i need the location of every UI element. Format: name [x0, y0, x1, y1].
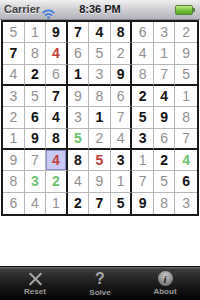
solve-label: Solve — [89, 288, 110, 297]
cell-r1c8[interactable]: 3 — [154, 22, 176, 43]
cell-r5c7[interactable]: 5 — [132, 107, 154, 128]
cell-r3c6[interactable]: 9 — [111, 65, 133, 86]
cell-r9c5[interactable]: 7 — [89, 193, 111, 214]
cell-r3c9[interactable]: 5 — [175, 65, 197, 86]
cell-r9c3[interactable]: 1 — [46, 193, 68, 214]
solve-button[interactable]: ? Solve — [79, 271, 121, 297]
cell-r6c2[interactable]: 9 — [25, 129, 47, 150]
cell-r4c6[interactable]: 6 — [111, 86, 133, 107]
cell-r9c9[interactable]: 3 — [175, 193, 197, 214]
cell-r8c8[interactable]: 5 — [154, 171, 176, 192]
cell-r5c3[interactable]: 4 — [46, 107, 68, 128]
cell-r9c1[interactable]: 6 — [3, 193, 25, 214]
cell-r1c2[interactable]: 1 — [25, 22, 47, 43]
cell-r8c1[interactable]: 8 — [3, 171, 25, 192]
cell-r1c4[interactable]: 7 — [68, 22, 90, 43]
cell-r6c9[interactable]: 7 — [175, 129, 197, 150]
cell-r3c5[interactable]: 3 — [89, 65, 111, 86]
cell-r6c8[interactable]: 6 — [154, 129, 176, 150]
cell-r2c5[interactable]: 5 — [89, 43, 111, 64]
cell-r2c2[interactable]: 8 — [25, 43, 47, 64]
cell-r7c1[interactable]: 9 — [3, 150, 25, 171]
cell-r6c4[interactable]: 5 — [68, 129, 90, 150]
cell-r8c3[interactable]: 2 — [46, 171, 68, 192]
question-icon: ? — [95, 271, 105, 287]
info-icon: i — [158, 271, 173, 286]
cell-r8c7[interactable]: 7 — [132, 171, 154, 192]
cell-r8c2[interactable]: 3 — [25, 171, 47, 192]
cell-r5c6[interactable]: 7 — [111, 107, 133, 128]
cell-r9c6[interactable]: 5 — [111, 193, 133, 214]
status-bar: Carrier 8:36 PM — [0, 0, 200, 20]
cell-r5c2[interactable]: 6 — [25, 107, 47, 128]
cell-r7c3[interactable]: 4 — [46, 150, 68, 171]
cell-r2c1[interactable]: 7 — [3, 43, 25, 64]
cell-r4c9[interactable]: 1 — [175, 86, 197, 107]
reset-label: Reset — [24, 287, 46, 296]
cell-r2c9[interactable]: 9 — [175, 43, 197, 64]
cell-r7c4[interactable]: 8 — [68, 150, 90, 171]
cell-r9c8[interactable]: 8 — [154, 193, 176, 214]
cell-r2c3[interactable]: 4 — [46, 43, 68, 64]
cell-r2c8[interactable]: 1 — [154, 43, 176, 64]
battery-icon — [175, 5, 193, 15]
cell-r7c2[interactable]: 7 — [25, 150, 47, 171]
cell-r5c5[interactable]: 1 — [89, 107, 111, 128]
cell-r1c1[interactable]: 5 — [3, 22, 25, 43]
cell-r4c5[interactable]: 8 — [89, 86, 111, 107]
cell-r5c4[interactable]: 3 — [68, 107, 90, 128]
cell-r1c5[interactable]: 4 — [89, 22, 111, 43]
cell-r7c6[interactable]: 3 — [111, 150, 133, 171]
about-button[interactable]: i About — [144, 271, 186, 296]
cell-r7c7[interactable]: 1 — [132, 150, 154, 171]
cell-r2c4[interactable]: 6 — [68, 43, 90, 64]
clock: 8:36 PM — [0, 0, 200, 19]
cell-r7c5[interactable]: 5 — [89, 150, 111, 171]
cell-r5c9[interactable]: 8 — [175, 107, 197, 128]
reset-button[interactable]: Reset — [14, 271, 56, 296]
cell-r1c6[interactable]: 8 — [111, 22, 133, 43]
sudoku-board: 5197486327846524194261398753579862412643… — [1, 20, 199, 216]
cell-r4c3[interactable]: 7 — [46, 86, 68, 107]
cell-r3c1[interactable]: 4 — [3, 65, 25, 86]
toolbar: Reset ? Solve i About — [0, 266, 200, 300]
cell-r6c1[interactable]: 1 — [3, 129, 25, 150]
cell-r4c8[interactable]: 4 — [154, 86, 176, 107]
cell-r3c2[interactable]: 2 — [25, 65, 47, 86]
cell-r4c2[interactable]: 5 — [25, 86, 47, 107]
cell-r8c4[interactable]: 4 — [68, 171, 90, 192]
cell-r6c3[interactable]: 8 — [46, 129, 68, 150]
sudoku-app: Carrier 8:36 PM 519748632784652419426139… — [0, 0, 200, 300]
cell-r4c4[interactable]: 9 — [68, 86, 90, 107]
cell-r9c4[interactable]: 2 — [68, 193, 90, 214]
cell-r9c2[interactable]: 4 — [25, 193, 47, 214]
cell-r1c7[interactable]: 6 — [132, 22, 154, 43]
cell-r3c4[interactable]: 1 — [68, 65, 90, 86]
cell-r8c9[interactable]: 6 — [175, 171, 197, 192]
cell-r7c8[interactable]: 2 — [154, 150, 176, 171]
cell-r6c5[interactable]: 2 — [89, 129, 111, 150]
cell-r6c7[interactable]: 3 — [132, 129, 154, 150]
cell-r6c6[interactable]: 4 — [111, 129, 133, 150]
cell-r7c9[interactable]: 4 — [175, 150, 197, 171]
cell-r1c9[interactable]: 2 — [175, 22, 197, 43]
cell-r9c7[interactable]: 9 — [132, 193, 154, 214]
cell-r1c3[interactable]: 9 — [46, 22, 68, 43]
cell-r3c7[interactable]: 8 — [132, 65, 154, 86]
cell-r8c5[interactable]: 9 — [89, 171, 111, 192]
about-label: About — [153, 287, 176, 296]
x-icon — [28, 271, 43, 286]
cell-r4c1[interactable]: 3 — [3, 86, 25, 107]
cell-r8c6[interactable]: 1 — [111, 171, 133, 192]
cell-r2c6[interactable]: 2 — [111, 43, 133, 64]
cell-r2c7[interactable]: 4 — [132, 43, 154, 64]
cell-r5c8[interactable]: 9 — [154, 107, 176, 128]
cell-r4c7[interactable]: 2 — [132, 86, 154, 107]
cell-r3c3[interactable]: 6 — [46, 65, 68, 86]
cell-r3c8[interactable]: 7 — [154, 65, 176, 86]
cell-r5c1[interactable]: 2 — [3, 107, 25, 128]
